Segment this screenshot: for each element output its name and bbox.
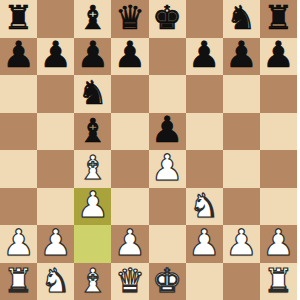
board-right-gap — [297, 0, 300, 300]
square-g3[interactable] — [223, 188, 260, 226]
square-g7[interactable]: ♟ — [223, 38, 260, 76]
square-f4[interactable] — [186, 150, 223, 188]
white-pawn[interactable]: ♟ — [114, 225, 146, 261]
square-c5[interactable]: ♝ — [74, 113, 111, 151]
black-pawn[interactable]: ♟ — [114, 38, 146, 74]
square-g1[interactable] — [223, 263, 260, 300]
square-f8[interactable] — [186, 0, 223, 38]
square-e8[interactable]: ♚ — [149, 0, 186, 38]
black-knight[interactable]: ♞ — [227, 1, 257, 34]
white-pawn[interactable]: ♟ — [2, 225, 34, 261]
square-e1[interactable]: ♚ — [149, 263, 186, 300]
black-pawn[interactable]: ♟ — [77, 38, 109, 74]
square-h3[interactable] — [260, 188, 297, 226]
black-queen[interactable]: ♛ — [115, 1, 145, 34]
white-pawn[interactable]: ♟ — [77, 188, 109, 224]
square-f5[interactable] — [186, 113, 223, 151]
square-h5[interactable] — [260, 113, 297, 151]
square-g6[interactable] — [223, 75, 260, 113]
black-pawn[interactable]: ♟ — [2, 38, 34, 74]
square-b7[interactable]: ♟ — [37, 38, 74, 76]
square-c4[interactable]: ♝ — [74, 150, 111, 188]
white-bishop[interactable]: ♝ — [78, 151, 108, 184]
square-e5[interactable]: ♟ — [149, 113, 186, 151]
square-a2[interactable]: ♟ — [0, 225, 37, 263]
square-e3[interactable] — [149, 188, 186, 226]
white-bishop[interactable]: ♝ — [78, 264, 108, 297]
square-b5[interactable] — [37, 113, 74, 151]
white-pawn[interactable]: ♟ — [151, 150, 183, 186]
square-f3[interactable]: ♞ — [186, 188, 223, 226]
black-bishop[interactable]: ♝ — [78, 1, 108, 34]
white-knight[interactable]: ♞ — [189, 189, 219, 222]
square-f2[interactable]: ♟ — [186, 225, 223, 263]
square-c7[interactable]: ♟ — [74, 38, 111, 76]
square-b2[interactable]: ♟ — [37, 225, 74, 263]
square-c8[interactable]: ♝ — [74, 0, 111, 38]
square-d1[interactable]: ♛ — [111, 263, 148, 300]
square-d7[interactable]: ♟ — [111, 38, 148, 76]
square-a8[interactable]: ♜ — [0, 0, 37, 38]
square-c6[interactable]: ♞ — [74, 75, 111, 113]
square-b1[interactable]: ♞ — [37, 263, 74, 300]
square-e4[interactable]: ♟ — [149, 150, 186, 188]
black-king[interactable]: ♚ — [152, 1, 182, 34]
square-h4[interactable] — [260, 150, 297, 188]
black-pawn[interactable]: ♟ — [262, 38, 294, 74]
square-g4[interactable] — [223, 150, 260, 188]
square-b6[interactable] — [37, 75, 74, 113]
square-e7[interactable] — [149, 38, 186, 76]
square-h6[interactable] — [260, 75, 297, 113]
white-knight[interactable]: ♞ — [41, 264, 71, 297]
black-pawn[interactable]: ♟ — [151, 113, 183, 149]
square-c1[interactable]: ♝ — [74, 263, 111, 300]
square-h7[interactable]: ♟ — [260, 38, 297, 76]
white-pawn[interactable]: ♟ — [262, 225, 294, 261]
square-c2[interactable] — [74, 225, 111, 263]
white-rook[interactable]: ♜ — [4, 264, 34, 297]
white-pawn[interactable]: ♟ — [225, 225, 257, 261]
square-d3[interactable] — [111, 188, 148, 226]
square-f6[interactable] — [186, 75, 223, 113]
white-pawn[interactable]: ♟ — [188, 225, 220, 261]
square-a4[interactable] — [0, 150, 37, 188]
black-pawn[interactable]: ♟ — [225, 38, 257, 74]
black-bishop[interactable]: ♝ — [78, 114, 108, 147]
square-d4[interactable] — [111, 150, 148, 188]
square-c3[interactable]: ♟ — [74, 188, 111, 226]
square-d5[interactable] — [111, 113, 148, 151]
white-king[interactable]: ♚ — [152, 264, 182, 297]
square-a6[interactable] — [0, 75, 37, 113]
square-h1[interactable]: ♜ — [260, 263, 297, 300]
square-d8[interactable]: ♛ — [111, 0, 148, 38]
square-e2[interactable] — [149, 225, 186, 263]
black-rook[interactable]: ♜ — [4, 1, 34, 34]
square-d6[interactable] — [111, 75, 148, 113]
square-g5[interactable] — [223, 113, 260, 151]
square-h8[interactable]: ♜ — [260, 0, 297, 38]
black-pawn[interactable]: ♟ — [188, 38, 220, 74]
square-d2[interactable]: ♟ — [111, 225, 148, 263]
square-g2[interactable]: ♟ — [223, 225, 260, 263]
square-a5[interactable] — [0, 113, 37, 151]
square-e6[interactable] — [149, 75, 186, 113]
square-b8[interactable] — [37, 0, 74, 38]
square-b4[interactable] — [37, 150, 74, 188]
square-a1[interactable]: ♜ — [0, 263, 37, 300]
square-a7[interactable]: ♟ — [0, 38, 37, 76]
white-pawn[interactable]: ♟ — [40, 225, 72, 261]
white-queen[interactable]: ♛ — [115, 264, 145, 297]
square-a3[interactable] — [0, 188, 37, 226]
chess-board[interactable]: ♜♝♛♚♞♜♟♟♟♟♟♟♟♞♝♟♝♟♟♞♟♟♟♟♟♟♜♞♝♛♚♜ — [0, 0, 297, 300]
square-f1[interactable] — [186, 263, 223, 300]
black-pawn[interactable]: ♟ — [40, 38, 72, 74]
black-rook[interactable]: ♜ — [264, 1, 294, 34]
black-knight[interactable]: ♞ — [78, 76, 108, 109]
square-g8[interactable]: ♞ — [223, 0, 260, 38]
white-rook[interactable]: ♜ — [264, 264, 294, 297]
square-b3[interactable] — [37, 188, 74, 226]
square-f7[interactable]: ♟ — [186, 38, 223, 76]
square-h2[interactable]: ♟ — [260, 225, 297, 263]
